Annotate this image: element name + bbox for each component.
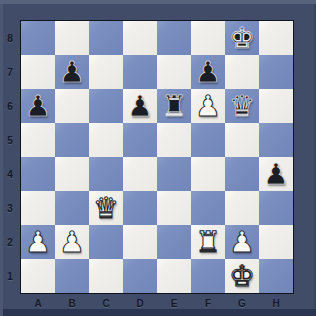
square-a7[interactable] [21, 55, 55, 89]
black-queen[interactable]: ♛ [229, 89, 255, 123]
square-b8[interactable] [55, 21, 89, 55]
rank-label-3: 3 [0, 191, 20, 225]
square-b3[interactable] [55, 191, 89, 225]
square-h3[interactable] [259, 191, 293, 225]
square-g4[interactable] [225, 157, 259, 191]
square-a4[interactable] [21, 157, 55, 191]
square-g1[interactable]: ♚ [225, 259, 259, 293]
square-b6[interactable] [55, 89, 89, 123]
file-label-e: E [157, 294, 191, 312]
square-g6[interactable]: ♛ [225, 89, 259, 123]
square-a3[interactable] [21, 191, 55, 225]
square-b5[interactable] [55, 123, 89, 157]
white-pawn[interactable]: ♟ [195, 89, 221, 123]
file-label-c: C [89, 294, 123, 312]
square-g2[interactable]: ♟ [225, 225, 259, 259]
file-label-g: G [225, 294, 259, 312]
square-h1[interactable] [259, 259, 293, 293]
square-a6[interactable]: ♟ [21, 89, 55, 123]
square-a2[interactable]: ♟ [21, 225, 55, 259]
file-label-b: B [55, 294, 89, 312]
rank-label-4: 4 [0, 157, 20, 191]
square-d1[interactable] [123, 259, 157, 293]
square-c4[interactable] [89, 157, 123, 191]
square-h4[interactable]: ♟ [259, 157, 293, 191]
square-c2[interactable] [89, 225, 123, 259]
square-d3[interactable] [123, 191, 157, 225]
square-a1[interactable] [21, 259, 55, 293]
rank-label-5: 5 [0, 123, 20, 157]
square-b4[interactable] [55, 157, 89, 191]
file-label-f: F [191, 294, 225, 312]
square-c3[interactable]: ♛ [89, 191, 123, 225]
file-label-a: A [21, 294, 55, 312]
square-c1[interactable] [89, 259, 123, 293]
black-pawn[interactable]: ♟ [25, 89, 51, 123]
rank-label-2: 2 [0, 225, 20, 259]
white-king[interactable]: ♚ [229, 259, 255, 293]
square-h6[interactable] [259, 89, 293, 123]
white-pawn[interactable]: ♟ [25, 225, 51, 259]
white-pawn[interactable]: ♟ [59, 225, 85, 259]
black-king[interactable]: ♚ [229, 21, 255, 55]
square-b7[interactable]: ♟ [55, 55, 89, 89]
rank-labels: 87654321 [0, 21, 20, 293]
file-label-d: D [123, 294, 157, 312]
square-g7[interactable] [225, 55, 259, 89]
square-e6[interactable]: ♜ [157, 89, 191, 123]
square-f1[interactable] [191, 259, 225, 293]
square-f7[interactable]: ♟ [191, 55, 225, 89]
square-c5[interactable] [89, 123, 123, 157]
square-f5[interactable] [191, 123, 225, 157]
square-d8[interactable] [123, 21, 157, 55]
rank-label-6: 6 [0, 89, 20, 123]
black-pawn[interactable]: ♟ [263, 157, 289, 191]
square-a5[interactable] [21, 123, 55, 157]
square-g3[interactable] [225, 191, 259, 225]
rank-label-7: 7 [0, 55, 20, 89]
black-rook[interactable]: ♜ [161, 89, 187, 123]
chess-diagram: ♚♟♟♟♟♜♟♛♟♛♟♟♜♟♚ 87654321 ABCDEFGH [0, 0, 316, 316]
square-e5[interactable] [157, 123, 191, 157]
square-h8[interactable] [259, 21, 293, 55]
black-pawn[interactable]: ♟ [127, 89, 153, 123]
white-queen[interactable]: ♛ [93, 191, 119, 225]
rank-label-1: 1 [0, 259, 20, 293]
square-d6[interactable]: ♟ [123, 89, 157, 123]
square-f4[interactable] [191, 157, 225, 191]
square-h5[interactable] [259, 123, 293, 157]
square-d7[interactable] [123, 55, 157, 89]
square-f8[interactable] [191, 21, 225, 55]
square-e8[interactable] [157, 21, 191, 55]
square-f2[interactable]: ♜ [191, 225, 225, 259]
black-pawn[interactable]: ♟ [195, 55, 221, 89]
square-c7[interactable] [89, 55, 123, 89]
square-e1[interactable] [157, 259, 191, 293]
square-e2[interactable] [157, 225, 191, 259]
square-a8[interactable] [21, 21, 55, 55]
white-rook[interactable]: ♜ [195, 225, 221, 259]
square-e3[interactable] [157, 191, 191, 225]
square-c6[interactable] [89, 89, 123, 123]
square-f6[interactable]: ♟ [191, 89, 225, 123]
square-b1[interactable] [55, 259, 89, 293]
file-label-h: H [259, 294, 293, 312]
chess-board: ♚♟♟♟♟♜♟♛♟♛♟♟♜♟♚ [20, 20, 294, 294]
square-d5[interactable] [123, 123, 157, 157]
square-c8[interactable] [89, 21, 123, 55]
square-h7[interactable] [259, 55, 293, 89]
square-h2[interactable] [259, 225, 293, 259]
square-d2[interactable] [123, 225, 157, 259]
square-e4[interactable] [157, 157, 191, 191]
rank-label-8: 8 [0, 21, 20, 55]
square-b2[interactable]: ♟ [55, 225, 89, 259]
square-f3[interactable] [191, 191, 225, 225]
square-d4[interactable] [123, 157, 157, 191]
square-g8[interactable]: ♚ [225, 21, 259, 55]
square-e7[interactable] [157, 55, 191, 89]
file-labels: ABCDEFGH [21, 294, 293, 312]
square-g5[interactable] [225, 123, 259, 157]
white-pawn[interactable]: ♟ [229, 225, 255, 259]
black-pawn[interactable]: ♟ [59, 55, 85, 89]
